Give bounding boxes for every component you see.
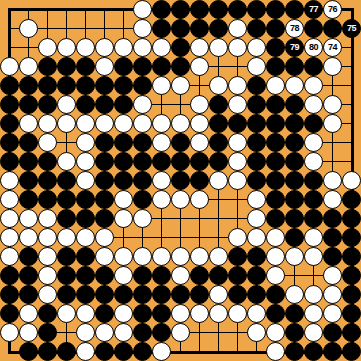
white-stone[interactable]	[76, 228, 95, 247]
black-stone[interactable]	[247, 0, 266, 19]
white-stone[interactable]	[266, 323, 285, 342]
white-stone[interactable]	[228, 171, 247, 190]
black-stone[interactable]	[57, 266, 76, 285]
black-stone[interactable]	[171, 133, 190, 152]
white-stone[interactable]	[19, 228, 38, 247]
white-stone[interactable]	[0, 57, 19, 76]
black-stone[interactable]	[266, 19, 285, 38]
black-stone[interactable]	[209, 266, 228, 285]
black-stone[interactable]	[247, 247, 266, 266]
black-stone[interactable]	[266, 133, 285, 152]
white-stone[interactable]	[0, 190, 19, 209]
black-stone[interactable]	[342, 209, 361, 228]
black-stone[interactable]	[76, 247, 95, 266]
black-stone[interactable]	[190, 171, 209, 190]
black-stone[interactable]	[76, 266, 95, 285]
black-stone[interactable]	[114, 285, 133, 304]
black-stone[interactable]	[266, 0, 285, 19]
black-stone[interactable]	[95, 95, 114, 114]
black-stone[interactable]	[133, 133, 152, 152]
black-stone[interactable]	[342, 323, 361, 342]
black-stone[interactable]	[209, 114, 228, 133]
black-stone[interactable]	[57, 209, 76, 228]
white-stone[interactable]	[95, 247, 114, 266]
white-stone[interactable]	[57, 95, 76, 114]
black-stone[interactable]	[190, 285, 209, 304]
black-stone[interactable]	[152, 304, 171, 323]
white-stone[interactable]	[57, 152, 76, 171]
black-stone[interactable]	[209, 95, 228, 114]
white-stone[interactable]	[57, 38, 76, 57]
black-stone[interactable]	[133, 323, 152, 342]
white-stone[interactable]	[95, 114, 114, 133]
white-stone[interactable]	[323, 304, 342, 323]
black-stone[interactable]	[247, 76, 266, 95]
black-stone[interactable]	[247, 133, 266, 152]
black-stone[interactable]	[285, 133, 304, 152]
black-stone[interactable]	[57, 190, 76, 209]
black-stone[interactable]	[209, 0, 228, 19]
black-stone[interactable]	[247, 266, 266, 285]
white-stone[interactable]	[133, 0, 152, 19]
white-stone[interactable]	[19, 19, 38, 38]
black-stone[interactable]	[285, 228, 304, 247]
white-stone[interactable]	[38, 133, 57, 152]
white-stone[interactable]	[323, 95, 342, 114]
white-stone[interactable]	[228, 38, 247, 57]
black-stone[interactable]	[304, 57, 323, 76]
white-stone[interactable]	[266, 247, 285, 266]
black-stone[interactable]	[0, 266, 19, 285]
white-stone[interactable]	[57, 228, 76, 247]
black-stone[interactable]	[152, 285, 171, 304]
black-stone[interactable]	[19, 95, 38, 114]
white-stone[interactable]	[247, 323, 266, 342]
black-stone[interactable]	[171, 0, 190, 19]
black-stone[interactable]	[114, 133, 133, 152]
black-stone[interactable]	[285, 342, 304, 361]
black-stone[interactable]	[323, 228, 342, 247]
black-stone[interactable]	[0, 152, 19, 171]
black-stone[interactable]	[209, 19, 228, 38]
black-stone[interactable]	[342, 304, 361, 323]
white-stone[interactable]	[266, 266, 285, 285]
black-stone[interactable]	[285, 171, 304, 190]
white-stone[interactable]	[114, 38, 133, 57]
white-stone[interactable]	[95, 323, 114, 342]
white-stone[interactable]: 78	[285, 19, 304, 38]
black-stone[interactable]	[114, 342, 133, 361]
white-stone[interactable]	[114, 114, 133, 133]
white-stone[interactable]	[76, 304, 95, 323]
black-stone[interactable]	[38, 323, 57, 342]
black-stone[interactable]	[171, 19, 190, 38]
white-stone[interactable]	[133, 247, 152, 266]
black-stone[interactable]	[266, 304, 285, 323]
white-stone[interactable]	[114, 323, 133, 342]
black-stone[interactable]	[95, 152, 114, 171]
white-stone[interactable]	[228, 76, 247, 95]
black-stone[interactable]	[95, 171, 114, 190]
white-stone[interactable]: 76	[323, 0, 342, 19]
white-stone[interactable]	[228, 228, 247, 247]
black-stone[interactable]	[38, 171, 57, 190]
white-stone[interactable]	[114, 247, 133, 266]
black-stone[interactable]	[152, 19, 171, 38]
white-stone[interactable]	[266, 228, 285, 247]
white-stone[interactable]	[19, 57, 38, 76]
black-stone[interactable]	[247, 19, 266, 38]
black-stone[interactable]	[247, 114, 266, 133]
black-stone[interactable]	[76, 209, 95, 228]
black-stone[interactable]	[285, 209, 304, 228]
black-stone[interactable]	[266, 190, 285, 209]
black-stone[interactable]	[133, 285, 152, 304]
white-stone[interactable]	[304, 304, 323, 323]
white-stone[interactable]	[0, 228, 19, 247]
white-stone[interactable]	[209, 247, 228, 266]
white-stone[interactable]	[133, 95, 152, 114]
black-stone[interactable]	[266, 95, 285, 114]
black-stone[interactable]	[0, 285, 19, 304]
white-stone[interactable]	[342, 171, 361, 190]
black-stone[interactable]	[152, 57, 171, 76]
white-stone[interactable]	[76, 323, 95, 342]
white-stone[interactable]	[266, 342, 285, 361]
black-stone[interactable]	[304, 342, 323, 361]
black-stone[interactable]	[266, 209, 285, 228]
white-stone[interactable]	[152, 171, 171, 190]
white-stone[interactable]	[95, 228, 114, 247]
black-stone[interactable]	[285, 0, 304, 19]
white-stone[interactable]	[304, 247, 323, 266]
black-stone[interactable]	[323, 247, 342, 266]
white-stone[interactable]	[171, 247, 190, 266]
black-stone[interactable]	[342, 247, 361, 266]
white-stone[interactable]	[152, 190, 171, 209]
white-stone[interactable]	[323, 171, 342, 190]
black-stone[interactable]	[38, 304, 57, 323]
black-stone[interactable]	[304, 114, 323, 133]
black-stone[interactable]	[228, 285, 247, 304]
white-stone[interactable]	[304, 133, 323, 152]
white-stone[interactable]	[152, 76, 171, 95]
white-stone[interactable]	[209, 171, 228, 190]
black-stone[interactable]	[38, 342, 57, 361]
black-stone[interactable]	[76, 95, 95, 114]
black-stone[interactable]	[57, 57, 76, 76]
black-stone[interactable]	[133, 342, 152, 361]
black-stone[interactable]	[19, 285, 38, 304]
black-stone[interactable]	[323, 323, 342, 342]
white-stone[interactable]	[133, 38, 152, 57]
white-stone[interactable]	[152, 38, 171, 57]
white-stone[interactable]	[323, 57, 342, 76]
white-stone[interactable]	[323, 190, 342, 209]
white-stone[interactable]	[76, 38, 95, 57]
black-stone[interactable]	[95, 266, 114, 285]
black-stone[interactable]	[95, 133, 114, 152]
black-stone[interactable]	[0, 304, 19, 323]
black-stone[interactable]	[171, 38, 190, 57]
white-stone[interactable]	[171, 304, 190, 323]
black-stone[interactable]	[304, 209, 323, 228]
white-stone[interactable]	[114, 266, 133, 285]
white-stone[interactable]	[133, 209, 152, 228]
black-stone[interactable]	[19, 266, 38, 285]
black-stone[interactable]	[152, 0, 171, 19]
black-stone[interactable]	[38, 76, 57, 95]
white-stone[interactable]	[38, 285, 57, 304]
black-stone[interactable]	[19, 133, 38, 152]
white-stone[interactable]	[266, 76, 285, 95]
black-stone[interactable]	[266, 57, 285, 76]
white-stone[interactable]	[152, 342, 171, 361]
black-stone[interactable]	[342, 285, 361, 304]
black-stone[interactable]	[133, 304, 152, 323]
black-stone[interactable]	[247, 152, 266, 171]
black-stone[interactable]	[95, 285, 114, 304]
black-stone[interactable]	[228, 0, 247, 19]
white-stone[interactable]	[209, 76, 228, 95]
black-stone[interactable]	[342, 228, 361, 247]
white-stone[interactable]	[171, 76, 190, 95]
white-stone[interactable]	[285, 76, 304, 95]
black-stone[interactable]	[228, 266, 247, 285]
black-stone[interactable]	[266, 285, 285, 304]
black-stone[interactable]	[114, 152, 133, 171]
black-stone[interactable]	[95, 342, 114, 361]
white-stone[interactable]	[38, 38, 57, 57]
black-stone[interactable]	[133, 76, 152, 95]
black-stone[interactable]	[266, 171, 285, 190]
white-stone[interactable]	[285, 247, 304, 266]
white-stone[interactable]	[247, 209, 266, 228]
white-stone[interactable]	[323, 114, 342, 133]
black-stone[interactable]	[342, 342, 361, 361]
white-stone[interactable]	[304, 95, 323, 114]
white-stone[interactable]	[171, 323, 190, 342]
white-stone[interactable]	[114, 190, 133, 209]
white-stone[interactable]	[323, 266, 342, 285]
black-stone[interactable]	[304, 190, 323, 209]
black-stone[interactable]	[266, 114, 285, 133]
black-stone[interactable]	[152, 152, 171, 171]
white-stone[interactable]	[0, 323, 19, 342]
white-stone[interactable]	[209, 285, 228, 304]
white-stone[interactable]	[190, 133, 209, 152]
white-stone[interactable]	[76, 342, 95, 361]
white-stone[interactable]	[247, 57, 266, 76]
black-stone[interactable]	[57, 285, 76, 304]
black-stone[interactable]: 79	[285, 38, 304, 57]
white-stone[interactable]	[76, 152, 95, 171]
black-stone[interactable]	[38, 57, 57, 76]
white-stone[interactable]	[247, 228, 266, 247]
white-stone[interactable]	[76, 114, 95, 133]
black-stone[interactable]	[285, 57, 304, 76]
white-stone[interactable]	[285, 285, 304, 304]
white-stone[interactable]	[19, 114, 38, 133]
black-stone[interactable]	[19, 152, 38, 171]
white-stone[interactable]	[0, 209, 19, 228]
black-stone[interactable]	[0, 76, 19, 95]
white-stone[interactable]	[190, 38, 209, 57]
black-stone[interactable]	[209, 152, 228, 171]
black-stone[interactable]	[19, 190, 38, 209]
black-stone[interactable]	[114, 95, 133, 114]
black-stone[interactable]	[152, 323, 171, 342]
white-stone[interactable]	[228, 152, 247, 171]
black-stone[interactable]	[0, 114, 19, 133]
white-stone[interactable]	[190, 304, 209, 323]
go-board[interactable]: 77767875798074	[0, 0, 361, 361]
white-stone[interactable]	[190, 57, 209, 76]
black-stone[interactable]	[285, 304, 304, 323]
white-stone[interactable]	[304, 228, 323, 247]
black-stone[interactable]	[0, 133, 19, 152]
black-stone[interactable]: 77	[304, 0, 323, 19]
black-stone[interactable]	[95, 76, 114, 95]
white-stone[interactable]	[304, 152, 323, 171]
white-stone[interactable]	[19, 323, 38, 342]
black-stone[interactable]	[76, 285, 95, 304]
black-stone[interactable]	[342, 190, 361, 209]
black-stone[interactable]	[19, 76, 38, 95]
white-stone[interactable]	[38, 209, 57, 228]
white-stone[interactable]	[304, 323, 323, 342]
black-stone[interactable]	[247, 171, 266, 190]
white-stone[interactable]	[0, 171, 19, 190]
black-stone[interactable]	[190, 19, 209, 38]
white-stone[interactable]	[190, 95, 209, 114]
white-stone[interactable]	[228, 133, 247, 152]
black-stone[interactable]	[38, 190, 57, 209]
white-stone[interactable]	[152, 133, 171, 152]
black-stone[interactable]	[171, 285, 190, 304]
white-stone[interactable]: 74	[323, 38, 342, 57]
black-stone[interactable]	[57, 171, 76, 190]
white-stone[interactable]	[228, 95, 247, 114]
white-stone[interactable]	[114, 209, 133, 228]
black-stone[interactable]	[304, 19, 323, 38]
black-stone[interactable]	[247, 95, 266, 114]
black-stone[interactable]	[114, 76, 133, 95]
black-stone[interactable]	[133, 190, 152, 209]
white-stone[interactable]	[95, 38, 114, 57]
white-stone[interactable]	[304, 76, 323, 95]
black-stone[interactable]	[19, 247, 38, 266]
black-stone[interactable]	[57, 247, 76, 266]
black-stone[interactable]	[171, 57, 190, 76]
white-stone[interactable]	[190, 190, 209, 209]
white-stone[interactable]	[76, 133, 95, 152]
white-stone[interactable]	[38, 247, 57, 266]
black-stone[interactable]	[133, 266, 152, 285]
black-stone[interactable]	[209, 133, 228, 152]
white-stone[interactable]	[171, 190, 190, 209]
black-stone[interactable]	[76, 76, 95, 95]
white-stone[interactable]	[57, 114, 76, 133]
black-stone[interactable]	[133, 171, 152, 190]
white-stone[interactable]	[171, 114, 190, 133]
black-stone[interactable]	[95, 209, 114, 228]
black-stone[interactable]	[57, 76, 76, 95]
white-stone[interactable]	[133, 19, 152, 38]
black-stone[interactable]	[76, 190, 95, 209]
black-stone[interactable]	[285, 114, 304, 133]
white-stone[interactable]	[19, 209, 38, 228]
black-stone[interactable]	[228, 247, 247, 266]
black-stone[interactable]	[323, 342, 342, 361]
black-stone[interactable]	[95, 304, 114, 323]
black-stone[interactable]	[133, 152, 152, 171]
black-stone[interactable]	[95, 190, 114, 209]
white-stone[interactable]	[133, 114, 152, 133]
white-stone[interactable]	[190, 247, 209, 266]
black-stone[interactable]	[228, 114, 247, 133]
black-stone[interactable]	[247, 285, 266, 304]
black-stone[interactable]	[285, 190, 304, 209]
black-stone[interactable]	[285, 95, 304, 114]
black-stone[interactable]	[266, 152, 285, 171]
white-stone[interactable]	[152, 247, 171, 266]
black-stone[interactable]	[266, 38, 285, 57]
white-stone[interactable]	[228, 304, 247, 323]
black-stone[interactable]	[19, 171, 38, 190]
black-stone[interactable]	[133, 57, 152, 76]
white-stone[interactable]	[152, 114, 171, 133]
white-stone[interactable]	[114, 304, 133, 323]
black-stone[interactable]	[285, 152, 304, 171]
white-stone[interactable]	[19, 304, 38, 323]
white-stone[interactable]	[0, 247, 19, 266]
black-stone[interactable]	[285, 323, 304, 342]
black-stone[interactable]: 75	[342, 19, 361, 38]
black-stone[interactable]	[114, 171, 133, 190]
white-stone[interactable]: 80	[304, 38, 323, 57]
black-stone[interactable]	[57, 342, 76, 361]
black-stone[interactable]	[190, 152, 209, 171]
black-stone[interactable]	[0, 95, 19, 114]
white-stone[interactable]	[323, 285, 342, 304]
white-stone[interactable]	[247, 190, 266, 209]
black-stone[interactable]	[171, 152, 190, 171]
black-stone[interactable]	[190, 0, 209, 19]
black-stone[interactable]	[171, 171, 190, 190]
black-stone[interactable]	[38, 152, 57, 171]
white-stone[interactable]	[190, 114, 209, 133]
black-stone[interactable]	[38, 95, 57, 114]
black-stone[interactable]	[152, 266, 171, 285]
white-stone[interactable]	[209, 304, 228, 323]
white-stone[interactable]	[247, 304, 266, 323]
white-stone[interactable]	[38, 114, 57, 133]
black-stone[interactable]	[323, 209, 342, 228]
black-stone[interactable]	[114, 57, 133, 76]
white-stone[interactable]	[171, 266, 190, 285]
white-stone[interactable]	[76, 171, 95, 190]
black-stone[interactable]	[76, 57, 95, 76]
white-stone[interactable]	[228, 19, 247, 38]
white-stone[interactable]	[95, 57, 114, 76]
white-stone[interactable]	[247, 38, 266, 57]
black-stone[interactable]	[342, 266, 361, 285]
white-stone[interactable]	[304, 285, 323, 304]
white-stone[interactable]	[38, 228, 57, 247]
white-stone[interactable]	[38, 266, 57, 285]
white-stone[interactable]	[209, 38, 228, 57]
